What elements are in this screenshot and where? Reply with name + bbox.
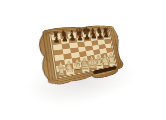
chess-set-photo: ♜♞♝♛♚♝♞♜♟♟♟♟♟♟♟♟♟♟♟♟♟♟♟♟♜♞♝♛♚♝♞♜ <box>0 0 166 120</box>
chess-case <box>39 25 124 87</box>
